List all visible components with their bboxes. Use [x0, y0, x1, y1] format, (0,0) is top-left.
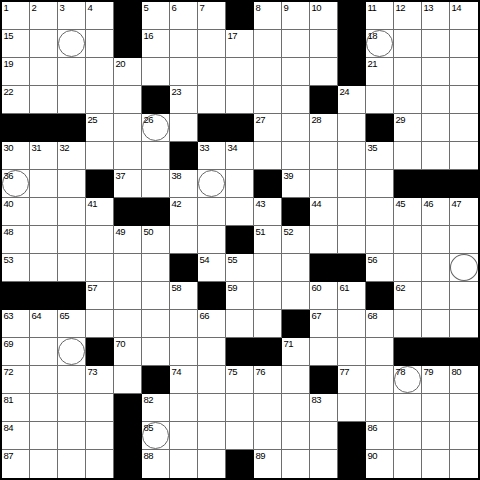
cell-r16-c2[interactable]: [58, 450, 86, 478]
cell-r5-c13[interactable]: 35: [366, 142, 394, 170]
cell-r12-c12[interactable]: [338, 338, 366, 366]
cell-r3-c3[interactable]: [86, 86, 114, 114]
cell-r7-c0[interactable]: 40: [2, 198, 30, 226]
cell-r14-c15[interactable]: [422, 394, 450, 422]
cell-r8-c5[interactable]: 50: [142, 226, 170, 254]
cell-r0-c7[interactable]: 7: [198, 2, 226, 30]
cell-r13-c15[interactable]: 79: [422, 366, 450, 394]
cell-r3-c8[interactable]: [226, 86, 254, 114]
cell-r14-c6[interactable]: [170, 394, 198, 422]
cell-r13-c7[interactable]: [198, 366, 226, 394]
cell-r4-c3[interactable]: 25: [86, 114, 114, 142]
black-cell-r15-c12: [338, 422, 366, 450]
clue-number-78: 78: [396, 366, 406, 377]
black-cell-r13-c5: [142, 366, 170, 394]
cell-r13-c10[interactable]: [282, 366, 310, 394]
cell-r15-c0[interactable]: 84: [2, 422, 30, 450]
cell-r8-c3[interactable]: [86, 226, 114, 254]
circle-marker: [198, 170, 225, 197]
clue-number-81: 81: [4, 394, 14, 405]
cell-r11-c8[interactable]: [226, 310, 254, 338]
cell-r6-c10[interactable]: 39: [282, 170, 310, 198]
cell-r8-c7[interactable]: [198, 226, 226, 254]
cell-r9-c15[interactable]: [422, 254, 450, 282]
cell-r5-c10[interactable]: [282, 142, 310, 170]
cell-r15-c2[interactable]: [58, 422, 86, 450]
clue-number-44: 44: [312, 198, 322, 209]
cell-r4-c4[interactable]: [114, 114, 142, 142]
cell-r3-c16[interactable]: [450, 86, 478, 114]
cell-r16-c13[interactable]: 90: [366, 450, 394, 478]
cell-r2-c11[interactable]: [310, 58, 338, 86]
cell-r9-c9[interactable]: [254, 254, 282, 282]
cell-r0-c9[interactable]: 8: [254, 2, 282, 30]
cell-r3-c0[interactable]: 22: [2, 86, 30, 114]
cell-r5-c15[interactable]: [422, 142, 450, 170]
cell-r6-c13[interactable]: [366, 170, 394, 198]
cell-r10-c14[interactable]: 62: [394, 282, 422, 310]
cell-r8-c12[interactable]: [338, 226, 366, 254]
cell-r7-c12[interactable]: [338, 198, 366, 226]
cell-r13-c12[interactable]: 77: [338, 366, 366, 394]
clue-number-29: 29: [396, 114, 406, 125]
cell-r4-c10[interactable]: [282, 114, 310, 142]
cell-r16-c15[interactable]: [422, 450, 450, 478]
black-cell-r16-c12: [338, 450, 366, 478]
cell-r15-c6[interactable]: [170, 422, 198, 450]
black-cell-r4-c13: [366, 114, 394, 142]
black-cell-r0-c8: [226, 2, 254, 30]
cell-r11-c16[interactable]: [450, 310, 478, 338]
cell-r11-c14[interactable]: [394, 310, 422, 338]
cell-r16-c5[interactable]: 88: [142, 450, 170, 478]
cell-r8-c6[interactable]: [170, 226, 198, 254]
cell-r3-c4[interactable]: [114, 86, 142, 114]
cell-r5-c3[interactable]: [86, 142, 114, 170]
clue-number-34: 34: [228, 142, 238, 153]
cell-r0-c16[interactable]: 14: [450, 2, 478, 30]
cell-r14-c7[interactable]: [198, 394, 226, 422]
cell-r0-c6[interactable]: 6: [170, 2, 198, 30]
black-cell-r10-c7: [198, 282, 226, 310]
cell-r1-c3[interactable]: [86, 30, 114, 58]
clue-number-10: 10: [312, 2, 322, 13]
cell-r3-c1[interactable]: [30, 86, 58, 114]
clue-number-67: 67: [312, 310, 322, 321]
clue-number-38: 38: [172, 170, 182, 181]
cell-r8-c14[interactable]: [394, 226, 422, 254]
cell-r0-c2[interactable]: 3: [58, 2, 86, 30]
black-cell-r12-c8: [226, 338, 254, 366]
cell-r0-c1[interactable]: 2: [30, 2, 58, 30]
cell-r4-c5[interactable]: 26: [142, 114, 170, 142]
cell-r0-c15[interactable]: 13: [422, 2, 450, 30]
cell-r10-c8[interactable]: 59: [226, 282, 254, 310]
cell-r3-c14[interactable]: [394, 86, 422, 114]
cell-r3-c6[interactable]: 23: [170, 86, 198, 114]
black-cell-r10-c0: [2, 282, 30, 310]
cell-r8-c11[interactable]: [310, 226, 338, 254]
cell-r6-c1[interactable]: [30, 170, 58, 198]
cell-r7-c2[interactable]: [58, 198, 86, 226]
cell-r12-c2[interactable]: [58, 338, 86, 366]
cell-r2-c2[interactable]: [58, 58, 86, 86]
cell-r2-c13[interactable]: 21: [366, 58, 394, 86]
cell-r9-c16[interactable]: [450, 254, 478, 282]
cell-r16-c3[interactable]: [86, 450, 114, 478]
cell-r6-c2[interactable]: [58, 170, 86, 198]
black-cell-r10-c1: [30, 282, 58, 310]
clue-number-56: 56: [368, 254, 378, 265]
cell-r1-c1[interactable]: [30, 30, 58, 58]
cell-r0-c5[interactable]: 5: [142, 2, 170, 30]
cell-r9-c2[interactable]: [58, 254, 86, 282]
cell-r13-c4[interactable]: [114, 366, 142, 394]
cell-r9-c10[interactable]: [282, 254, 310, 282]
cell-r16-c6[interactable]: [170, 450, 198, 478]
cell-r3-c12[interactable]: 24: [338, 86, 366, 114]
cell-r2-c1[interactable]: [30, 58, 58, 86]
clue-number-5: 5: [144, 2, 149, 13]
clue-number-39: 39: [284, 170, 294, 181]
clue-number-15: 15: [4, 30, 14, 41]
cell-r6-c6[interactable]: 38: [170, 170, 198, 198]
cell-r11-c7[interactable]: 66: [198, 310, 226, 338]
cell-r11-c9[interactable]: [254, 310, 282, 338]
cell-r5-c11[interactable]: [310, 142, 338, 170]
cell-r14-c10[interactable]: [282, 394, 310, 422]
cell-r1-c6[interactable]: [170, 30, 198, 58]
cell-r14-c14[interactable]: [394, 394, 422, 422]
cell-r16-c10[interactable]: [282, 450, 310, 478]
cell-r1-c11[interactable]: [310, 30, 338, 58]
cell-r2-c15[interactable]: [422, 58, 450, 86]
cell-r5-c14[interactable]: [394, 142, 422, 170]
cell-r16-c9[interactable]: 89: [254, 450, 282, 478]
cell-r6-c8[interactable]: [226, 170, 254, 198]
cell-r15-c3[interactable]: [86, 422, 114, 450]
cell-r6-c0[interactable]: 36: [2, 170, 30, 198]
cell-r0-c14[interactable]: 12: [394, 2, 422, 30]
cell-r14-c3[interactable]: [86, 394, 114, 422]
cell-r11-c1[interactable]: 64: [30, 310, 58, 338]
clue-number-20: 20: [116, 58, 126, 69]
cell-r10-c5[interactable]: [142, 282, 170, 310]
cell-r3-c13[interactable]: [366, 86, 394, 114]
cell-r6-c5[interactable]: [142, 170, 170, 198]
cell-r11-c13[interactable]: 68: [366, 310, 394, 338]
cell-r8-c2[interactable]: [58, 226, 86, 254]
clue-number-79: 79: [424, 366, 434, 377]
cell-r5-c0[interactable]: 30: [2, 142, 30, 170]
cell-r5-c7[interactable]: 33: [198, 142, 226, 170]
cell-r12-c0[interactable]: 69: [2, 338, 30, 366]
cell-r1-c8[interactable]: 17: [226, 30, 254, 58]
cell-r10-c11[interactable]: 60: [310, 282, 338, 310]
black-cell-r6-c15: [422, 170, 450, 198]
cell-r7-c13[interactable]: [366, 198, 394, 226]
cell-r13-c0[interactable]: 72: [2, 366, 30, 394]
cell-r16-c11[interactable]: [310, 450, 338, 478]
cell-r11-c3[interactable]: [86, 310, 114, 338]
cell-r0-c13[interactable]: 11: [366, 2, 394, 30]
cell-r7-c8[interactable]: [226, 198, 254, 226]
clue-number-50: 50: [144, 226, 154, 237]
cell-r9-c1[interactable]: [30, 254, 58, 282]
cell-r3-c15[interactable]: [422, 86, 450, 114]
clue-number-74: 74: [172, 366, 182, 377]
cell-r3-c2[interactable]: [58, 86, 86, 114]
cell-r14-c8[interactable]: [226, 394, 254, 422]
black-cell-r12-c16: [450, 338, 478, 366]
cell-r13-c9[interactable]: 76: [254, 366, 282, 394]
cell-r16-c14[interactable]: [394, 450, 422, 478]
cell-r3-c10[interactable]: [282, 86, 310, 114]
cell-r11-c5[interactable]: [142, 310, 170, 338]
cell-r4-c12[interactable]: [338, 114, 366, 142]
cell-r8-c4[interactable]: 49: [114, 226, 142, 254]
cell-r5-c12[interactable]: [338, 142, 366, 170]
black-cell-r6-c16: [450, 170, 478, 198]
cell-r8-c16[interactable]: [450, 226, 478, 254]
cell-r9-c7[interactable]: 54: [198, 254, 226, 282]
cell-r15-c8[interactable]: [226, 422, 254, 450]
cell-r9-c5[interactable]: [142, 254, 170, 282]
cell-r8-c1[interactable]: [30, 226, 58, 254]
cell-r6-c4[interactable]: 37: [114, 170, 142, 198]
cell-r8-c9[interactable]: 51: [254, 226, 282, 254]
black-cell-r0-c12: [338, 2, 366, 30]
cell-r13-c16[interactable]: 80: [450, 366, 478, 394]
cell-r4-c6[interactable]: [170, 114, 198, 142]
cell-r13-c2[interactable]: [58, 366, 86, 394]
cell-r0-c3[interactable]: 4: [86, 2, 114, 30]
cell-r8-c15[interactable]: [422, 226, 450, 254]
clue-number-22: 22: [4, 86, 14, 97]
cell-r12-c5[interactable]: [142, 338, 170, 366]
cell-r16-c0[interactable]: 87: [2, 450, 30, 478]
cell-r14-c2[interactable]: [58, 394, 86, 422]
cell-r2-c10[interactable]: [282, 58, 310, 86]
cell-r15-c15[interactable]: [422, 422, 450, 450]
cell-r3-c7[interactable]: [198, 86, 226, 114]
cell-r15-c7[interactable]: [198, 422, 226, 450]
cell-r15-c11[interactable]: [310, 422, 338, 450]
cell-r2-c4[interactable]: 20: [114, 58, 142, 86]
cell-r13-c8[interactable]: 75: [226, 366, 254, 394]
cell-r8-c13[interactable]: [366, 226, 394, 254]
cell-r9-c4[interactable]: [114, 254, 142, 282]
cell-r15-c13[interactable]: 86: [366, 422, 394, 450]
clue-number-82: 82: [144, 394, 154, 405]
cell-r10-c4[interactable]: [114, 282, 142, 310]
crossword-grid: 1234567891011121314151617181920212223242…: [0, 0, 480, 480]
cell-r3-c9[interactable]: [254, 86, 282, 114]
cell-r15-c5[interactable]: 85: [142, 422, 170, 450]
black-cell-r9-c12: [338, 254, 366, 282]
cell-r13-c1[interactable]: [30, 366, 58, 394]
cell-r11-c4[interactable]: [114, 310, 142, 338]
cell-r15-c1[interactable]: [30, 422, 58, 450]
cell-r9-c0[interactable]: 53: [2, 254, 30, 282]
cell-r15-c14[interactable]: [394, 422, 422, 450]
black-cell-r5-c6: [170, 142, 198, 170]
cell-r10-c10[interactable]: [282, 282, 310, 310]
cell-r7-c1[interactable]: [30, 198, 58, 226]
cell-r5-c1[interactable]: 31: [30, 142, 58, 170]
clue-number-3: 3: [60, 2, 65, 13]
cell-r7-c16[interactable]: 47: [450, 198, 478, 226]
clue-number-12: 12: [396, 2, 406, 13]
cell-r12-c11[interactable]: [310, 338, 338, 366]
cell-r10-c12[interactable]: 61: [338, 282, 366, 310]
cell-r9-c13[interactable]: 56: [366, 254, 394, 282]
clue-number-2: 2: [32, 2, 37, 13]
cell-r5-c4[interactable]: [114, 142, 142, 170]
black-cell-r6-c9: [254, 170, 282, 198]
cell-r11-c6[interactable]: [170, 310, 198, 338]
cell-r13-c13[interactable]: [366, 366, 394, 394]
cell-r11-c15[interactable]: [422, 310, 450, 338]
black-cell-r4-c7: [198, 114, 226, 142]
cell-r14-c12[interactable]: [338, 394, 366, 422]
cell-r4-c16[interactable]: [450, 114, 478, 142]
cell-r9-c14[interactable]: [394, 254, 422, 282]
cell-r1-c14[interactable]: [394, 30, 422, 58]
cell-r1-c10[interactable]: [282, 30, 310, 58]
clue-number-40: 40: [4, 198, 14, 209]
cell-r12-c4[interactable]: 70: [114, 338, 142, 366]
cell-r14-c1[interactable]: [30, 394, 58, 422]
circle-marker: [58, 30, 85, 57]
cell-r9-c8[interactable]: 55: [226, 254, 254, 282]
cell-r14-c9[interactable]: [254, 394, 282, 422]
cell-r7-c15[interactable]: 46: [422, 198, 450, 226]
cell-r2-c6[interactable]: [170, 58, 198, 86]
cell-r1-c0[interactable]: 15: [2, 30, 30, 58]
cell-r2-c0[interactable]: 19: [2, 58, 30, 86]
cell-r14-c0[interactable]: 81: [2, 394, 30, 422]
cell-r8-c0[interactable]: 48: [2, 226, 30, 254]
cell-r4-c11[interactable]: 28: [310, 114, 338, 142]
black-cell-r9-c6: [170, 254, 198, 282]
cell-r10-c6[interactable]: 58: [170, 282, 198, 310]
cell-r12-c13[interactable]: [366, 338, 394, 366]
clue-number-43: 43: [256, 198, 266, 209]
clue-number-1: 1: [4, 2, 9, 13]
cell-r4-c14[interactable]: 29: [394, 114, 422, 142]
cell-r6-c12[interactable]: [338, 170, 366, 198]
cell-r12-c6[interactable]: [170, 338, 198, 366]
cell-r11-c2[interactable]: 65: [58, 310, 86, 338]
cell-r12-c1[interactable]: [30, 338, 58, 366]
cell-r16-c16[interactable]: [450, 450, 478, 478]
clue-number-72: 72: [4, 366, 14, 377]
cell-r5-c2[interactable]: 32: [58, 142, 86, 170]
cell-r7-c3[interactable]: 41: [86, 198, 114, 226]
cell-r14-c13[interactable]: [366, 394, 394, 422]
cell-r4-c9[interactable]: 27: [254, 114, 282, 142]
clue-number-36: 36: [4, 170, 14, 181]
cell-r0-c0[interactable]: 1: [2, 2, 30, 30]
cell-r0-c11[interactable]: 10: [310, 2, 338, 30]
cell-r7-c14[interactable]: 45: [394, 198, 422, 226]
cell-r1-c2[interactable]: [58, 30, 86, 58]
cell-r6-c11[interactable]: [310, 170, 338, 198]
cell-r7-c11[interactable]: 44: [310, 198, 338, 226]
cell-r11-c0[interactable]: 63: [2, 310, 30, 338]
cell-r2-c3[interactable]: [86, 58, 114, 86]
cell-r1-c13[interactable]: 18: [366, 30, 394, 58]
cell-r6-c7[interactable]: [198, 170, 226, 198]
clue-number-65: 65: [60, 310, 70, 321]
cell-r13-c6[interactable]: 74: [170, 366, 198, 394]
cell-r14-c5[interactable]: 82: [142, 394, 170, 422]
clue-number-83: 83: [312, 394, 322, 405]
cell-r13-c3[interactable]: 73: [86, 366, 114, 394]
clue-number-55: 55: [228, 254, 238, 265]
cell-r10-c16[interactable]: [450, 282, 478, 310]
black-cell-r13-c11: [310, 366, 338, 394]
cell-r15-c10[interactable]: [282, 422, 310, 450]
cell-r1-c15[interactable]: [422, 30, 450, 58]
cell-r1-c7[interactable]: [198, 30, 226, 58]
cell-r11-c12[interactable]: [338, 310, 366, 338]
cell-r12-c10[interactable]: 71: [282, 338, 310, 366]
cell-r10-c15[interactable]: [422, 282, 450, 310]
cell-r16-c7[interactable]: [198, 450, 226, 478]
cell-r14-c16[interactable]: [450, 394, 478, 422]
cell-r2-c9[interactable]: [254, 58, 282, 86]
cell-r8-c10[interactable]: 52: [282, 226, 310, 254]
cell-r1-c5[interactable]: 16: [142, 30, 170, 58]
cell-r15-c16[interactable]: [450, 422, 478, 450]
cell-r5-c9[interactable]: [254, 142, 282, 170]
cell-r0-c10[interactable]: 9: [282, 2, 310, 30]
cell-r5-c16[interactable]: [450, 142, 478, 170]
cell-r15-c9[interactable]: [254, 422, 282, 450]
clue-number-23: 23: [172, 86, 182, 97]
cell-r1-c16[interactable]: [450, 30, 478, 58]
cell-r13-c14[interactable]: 78: [394, 366, 422, 394]
cell-r14-c11[interactable]: 83: [310, 394, 338, 422]
clue-number-86: 86: [368, 422, 378, 433]
cell-r11-c11[interactable]: 67: [310, 310, 338, 338]
cell-r1-c9[interactable]: [254, 30, 282, 58]
cell-r2-c16[interactable]: [450, 58, 478, 86]
cell-r2-c7[interactable]: [198, 58, 226, 86]
cell-r2-c5[interactable]: [142, 58, 170, 86]
clue-number-51: 51: [256, 226, 266, 237]
cell-r7-c7[interactable]: [198, 198, 226, 226]
cell-r7-c6[interactable]: 42: [170, 198, 198, 226]
cell-r10-c9[interactable]: [254, 282, 282, 310]
cell-r16-c1[interactable]: [30, 450, 58, 478]
clue-number-61: 61: [340, 282, 350, 293]
cell-r2-c14[interactable]: [394, 58, 422, 86]
cell-r5-c5[interactable]: [142, 142, 170, 170]
black-cell-r4-c0: [2, 114, 30, 142]
cell-r12-c7[interactable]: [198, 338, 226, 366]
cell-r10-c3[interactable]: 57: [86, 282, 114, 310]
cell-r2-c8[interactable]: [226, 58, 254, 86]
cell-r5-c8[interactable]: 34: [226, 142, 254, 170]
cell-r7-c9[interactable]: 43: [254, 198, 282, 226]
clue-number-24: 24: [340, 86, 350, 97]
clue-number-37: 37: [116, 170, 126, 181]
cell-r4-c15[interactable]: [422, 114, 450, 142]
cell-r9-c3[interactable]: [86, 254, 114, 282]
